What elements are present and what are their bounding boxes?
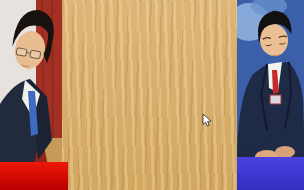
red-player-banner [0,162,68,190]
video-frame [0,0,304,190]
xiangqi-board[interactable] [62,0,237,190]
board-grid [62,0,237,190]
mouse-cursor-icon [202,114,212,127]
black-player-banner [237,157,304,190]
